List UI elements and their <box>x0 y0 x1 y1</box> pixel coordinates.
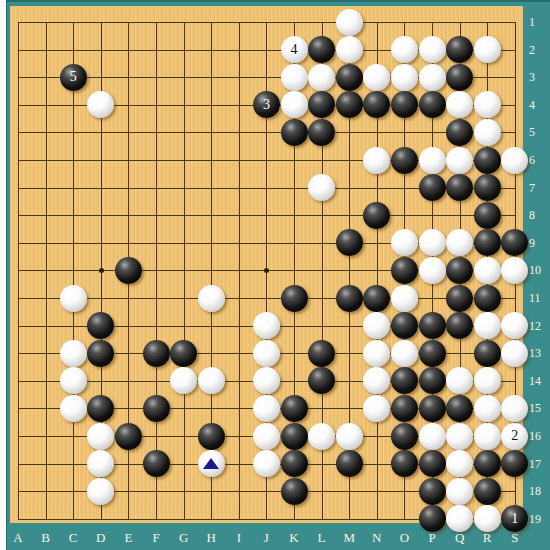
go-app-window: 45321 ABCDEFGHIJKLMNOPQRS123456789101112… <box>0 0 550 550</box>
white-stone[interactable] <box>501 257 528 284</box>
black-stone[interactable]: 3 <box>253 91 280 118</box>
white-stone[interactable] <box>253 340 280 367</box>
column-label: I <box>237 530 241 546</box>
black-stone[interactable] <box>419 340 446 367</box>
black-stone[interactable] <box>170 340 197 367</box>
white-stone[interactable] <box>60 395 87 422</box>
white-stone[interactable] <box>391 340 418 367</box>
black-stone[interactable] <box>419 478 446 505</box>
black-stone[interactable] <box>391 91 418 118</box>
black-stone[interactable] <box>363 202 390 229</box>
black-stone[interactable] <box>391 395 418 422</box>
white-stone[interactable] <box>419 147 446 174</box>
black-stone[interactable] <box>143 395 170 422</box>
white-stone[interactable] <box>419 423 446 450</box>
column-label: A <box>13 530 22 546</box>
white-stone[interactable] <box>363 147 390 174</box>
white-stone[interactable] <box>253 367 280 394</box>
black-stone[interactable] <box>281 395 308 422</box>
black-stone[interactable] <box>87 395 114 422</box>
triangle-marker <box>203 458 219 469</box>
white-stone[interactable] <box>363 312 390 339</box>
white-stone[interactable]: 2 <box>501 423 528 450</box>
white-stone[interactable] <box>363 340 390 367</box>
black-stone[interactable] <box>474 340 501 367</box>
row-label: 2 <box>529 42 535 57</box>
white-stone[interactable] <box>446 147 473 174</box>
black-stone[interactable] <box>281 450 308 477</box>
white-stone[interactable] <box>419 64 446 91</box>
white-stone[interactable] <box>446 423 473 450</box>
black-stone[interactable] <box>87 340 114 367</box>
column-label: B <box>41 530 50 546</box>
row-label: 19 <box>529 511 541 526</box>
white-stone[interactable] <box>474 91 501 118</box>
column-label: H <box>206 530 215 546</box>
black-stone[interactable] <box>281 119 308 146</box>
column-label: E <box>124 530 132 546</box>
black-stone[interactable] <box>474 285 501 312</box>
white-stone[interactable] <box>474 423 501 450</box>
black-stone[interactable] <box>336 450 363 477</box>
white-stone[interactable] <box>391 229 418 256</box>
white-stone[interactable] <box>87 478 114 505</box>
white-stone[interactable] <box>474 119 501 146</box>
black-stone[interactable] <box>308 36 335 63</box>
white-stone[interactable] <box>281 91 308 118</box>
row-label: 3 <box>529 70 535 85</box>
white-stone[interactable] <box>87 91 114 118</box>
white-stone[interactable] <box>198 450 225 477</box>
white-stone[interactable] <box>446 450 473 477</box>
row-label: 17 <box>529 456 541 471</box>
black-stone[interactable] <box>391 450 418 477</box>
row-label: 11 <box>529 291 541 306</box>
black-stone[interactable] <box>446 395 473 422</box>
white-stone[interactable] <box>363 395 390 422</box>
row-label: 5 <box>529 125 535 140</box>
white-stone[interactable] <box>501 147 528 174</box>
white-stone[interactable] <box>336 9 363 36</box>
column-label: G <box>179 530 188 546</box>
white-stone[interactable] <box>419 229 446 256</box>
white-stone[interactable] <box>501 340 528 367</box>
row-label: 16 <box>529 429 541 444</box>
black-stone[interactable] <box>419 174 446 201</box>
white-stone[interactable] <box>253 450 280 477</box>
row-label: 9 <box>529 235 535 250</box>
row-label: 18 <box>529 484 541 499</box>
black-stone[interactable] <box>446 36 473 63</box>
white-stone[interactable] <box>474 505 501 532</box>
black-stone[interactable] <box>474 229 501 256</box>
black-stone[interactable] <box>391 147 418 174</box>
black-stone[interactable] <box>446 257 473 284</box>
go-board[interactable]: 45321 <box>10 6 523 523</box>
black-stone[interactable] <box>474 147 501 174</box>
black-stone[interactable] <box>336 64 363 91</box>
black-stone[interactable] <box>363 285 390 312</box>
black-stone[interactable] <box>419 505 446 532</box>
white-stone[interactable] <box>308 423 335 450</box>
row-label: 7 <box>529 180 535 195</box>
column-label: P <box>428 530 435 546</box>
white-stone[interactable] <box>474 312 501 339</box>
black-stone[interactable] <box>474 174 501 201</box>
row-label: 15 <box>529 401 541 416</box>
black-stone[interactable] <box>419 91 446 118</box>
row-label: 1 <box>529 15 535 30</box>
black-stone[interactable] <box>419 367 446 394</box>
black-stone[interactable]: 5 <box>60 64 87 91</box>
white-stone[interactable] <box>87 450 114 477</box>
black-stone[interactable] <box>363 91 390 118</box>
black-stone[interactable] <box>391 423 418 450</box>
black-stone[interactable] <box>336 285 363 312</box>
black-stone[interactable] <box>446 64 473 91</box>
white-stone[interactable] <box>446 367 473 394</box>
black-stone[interactable] <box>391 312 418 339</box>
black-stone[interactable] <box>143 450 170 477</box>
row-label: 8 <box>529 208 535 223</box>
black-stone[interactable] <box>198 423 225 450</box>
black-stone[interactable] <box>474 478 501 505</box>
black-stone[interactable] <box>446 174 473 201</box>
row-label: 13 <box>529 346 541 361</box>
column-label: Q <box>455 530 464 546</box>
white-stone[interactable] <box>446 229 473 256</box>
white-stone[interactable] <box>474 395 501 422</box>
black-stone[interactable] <box>474 202 501 229</box>
black-stone[interactable] <box>281 423 308 450</box>
black-stone[interactable] <box>336 91 363 118</box>
white-stone[interactable] <box>281 64 308 91</box>
white-stone[interactable] <box>363 367 390 394</box>
white-stone[interactable] <box>501 395 528 422</box>
black-stone[interactable] <box>446 312 473 339</box>
column-label: F <box>152 530 159 546</box>
white-stone[interactable] <box>60 285 87 312</box>
row-label: 6 <box>529 153 535 168</box>
white-stone[interactable] <box>391 36 418 63</box>
black-stone[interactable] <box>115 257 142 284</box>
black-stone[interactable] <box>308 340 335 367</box>
black-stone[interactable] <box>419 395 446 422</box>
black-stone[interactable] <box>446 285 473 312</box>
white-stone[interactable] <box>419 36 446 63</box>
black-stone[interactable] <box>308 119 335 146</box>
column-label: N <box>372 530 381 546</box>
white-stone[interactable] <box>419 257 446 284</box>
white-stone[interactable] <box>198 285 225 312</box>
white-stone[interactable]: 4 <box>281 36 308 63</box>
black-stone[interactable] <box>419 450 446 477</box>
black-stone[interactable] <box>419 312 446 339</box>
white-stone[interactable] <box>87 423 114 450</box>
row-label: 12 <box>529 318 541 333</box>
column-label: C <box>69 530 78 546</box>
white-stone[interactable] <box>253 312 280 339</box>
black-stone[interactable] <box>474 450 501 477</box>
star-point <box>264 268 269 273</box>
column-label: S <box>511 530 518 546</box>
row-label: 4 <box>529 97 535 112</box>
white-stone[interactable] <box>253 423 280 450</box>
move-number-label: 5 <box>70 70 77 84</box>
black-stone[interactable] <box>446 119 473 146</box>
white-stone[interactable] <box>336 423 363 450</box>
black-stone[interactable] <box>336 229 363 256</box>
move-number-label: 3 <box>263 98 270 112</box>
black-stone[interactable] <box>308 367 335 394</box>
black-stone[interactable] <box>115 423 142 450</box>
white-stone[interactable] <box>446 91 473 118</box>
white-stone[interactable] <box>60 367 87 394</box>
white-stone[interactable] <box>253 395 280 422</box>
white-stone[interactable] <box>308 174 335 201</box>
white-stone[interactable] <box>474 36 501 63</box>
white-stone[interactable] <box>198 367 225 394</box>
move-number-label: 1 <box>511 512 518 526</box>
column-label: J <box>264 530 269 546</box>
black-stone[interactable] <box>87 312 114 339</box>
black-stone[interactable] <box>281 285 308 312</box>
black-stone[interactable] <box>143 340 170 367</box>
white-stone[interactable] <box>391 64 418 91</box>
black-stone[interactable] <box>391 367 418 394</box>
column-label: M <box>343 530 355 546</box>
row-label: 10 <box>529 263 541 278</box>
column-label: R <box>483 530 492 546</box>
black-stone[interactable] <box>391 257 418 284</box>
move-number-label: 4 <box>291 43 298 57</box>
star-point <box>99 268 104 273</box>
white-stone[interactable] <box>391 285 418 312</box>
white-stone[interactable] <box>308 64 335 91</box>
white-stone[interactable] <box>336 36 363 63</box>
row-label: 14 <box>529 373 541 388</box>
white-stone[interactable] <box>474 367 501 394</box>
white-stone[interactable] <box>170 367 197 394</box>
move-number-label: 2 <box>511 429 518 443</box>
column-label: K <box>289 530 298 546</box>
column-label: O <box>400 530 409 546</box>
black-stone[interactable] <box>308 91 335 118</box>
white-stone[interactable] <box>474 257 501 284</box>
board-grid-line-h <box>18 298 516 299</box>
column-label: D <box>96 530 105 546</box>
white-stone[interactable] <box>363 64 390 91</box>
black-stone[interactable] <box>281 478 308 505</box>
column-label: L <box>318 530 326 546</box>
white-stone[interactable] <box>60 340 87 367</box>
white-stone[interactable] <box>446 478 473 505</box>
